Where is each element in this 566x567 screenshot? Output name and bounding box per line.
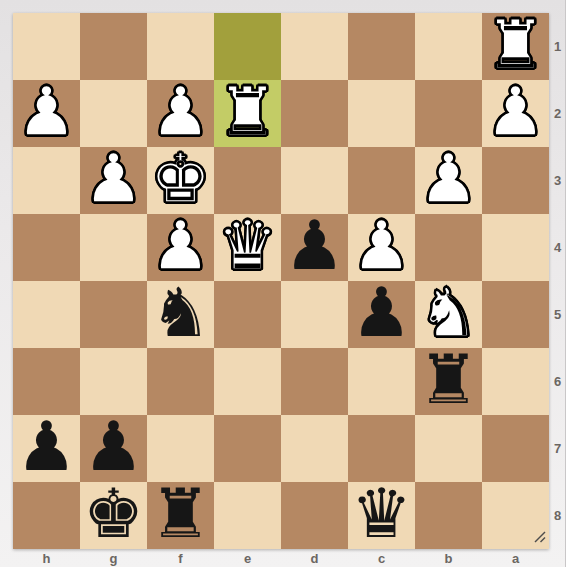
square-h1[interactable] [13,13,80,80]
square-d7[interactable] [281,415,348,482]
square-c7[interactable] [348,415,415,482]
white-pawn[interactable]: ♟ [16,78,77,145]
square-h2[interactable]: ♟ [13,80,80,147]
square-e2[interactable]: ♜ [214,80,281,147]
white-pawn[interactable]: ♟ [351,212,412,279]
square-b7[interactable] [415,415,482,482]
white-rook[interactable]: ♜ [485,11,546,78]
file-label-h: h [13,549,80,567]
square-d3[interactable] [281,147,348,214]
white-pawn[interactable]: ♟ [83,145,144,212]
square-g8[interactable]: ♚ [80,482,147,549]
square-h3[interactable] [13,147,80,214]
square-e4[interactable]: ♛ [214,214,281,281]
square-b2[interactable] [415,80,482,147]
rank-label-1: 1 [549,13,566,80]
file-label-f: f [147,549,214,567]
file-label-c: c [348,549,415,567]
white-pawn[interactable]: ♟ [150,78,211,145]
square-g1[interactable] [80,13,147,80]
square-d5[interactable] [281,281,348,348]
black-pawn[interactable]: ♟ [351,279,412,346]
square-f4[interactable]: ♟ [147,214,214,281]
square-a5[interactable] [482,281,549,348]
file-label-b: b [415,549,482,567]
square-h5[interactable] [13,281,80,348]
square-d8[interactable] [281,482,348,549]
square-b4[interactable] [415,214,482,281]
square-b5[interactable]: ♞ [415,281,482,348]
square-g3[interactable]: ♟ [80,147,147,214]
square-b6[interactable]: ♜ [415,348,482,415]
square-h7[interactable]: ♟ [13,415,80,482]
square-h8[interactable] [13,482,80,549]
rank-label-4: 4 [549,214,566,281]
square-g6[interactable] [80,348,147,415]
square-e8[interactable] [214,482,281,549]
square-h4[interactable] [13,214,80,281]
square-c8[interactable]: ♛ [348,482,415,549]
black-rook[interactable]: ♜ [150,480,211,547]
white-pawn[interactable]: ♟ [485,78,546,145]
black-pawn[interactable]: ♟ [83,413,144,480]
square-g5[interactable] [80,281,147,348]
rank-label-6: 6 [549,348,566,415]
square-f2[interactable]: ♟ [147,80,214,147]
black-pawn[interactable]: ♟ [16,413,77,480]
square-b8[interactable] [415,482,482,549]
square-h6[interactable] [13,348,80,415]
rank-coordinates: 12345678 [549,13,566,549]
rank-label-7: 7 [549,415,566,482]
file-label-a: a [482,549,549,567]
chess-app-window: ♜♟♟♜♟♟♚♟♟♛♟♟♞♟♞♜♟♟♚♜♛ 12345678 hgfedcba [0,0,566,567]
square-c2[interactable] [348,80,415,147]
square-a2[interactable]: ♟ [482,80,549,147]
square-a3[interactable] [482,147,549,214]
square-e3[interactable] [214,147,281,214]
square-c3[interactable] [348,147,415,214]
square-g4[interactable] [80,214,147,281]
square-f6[interactable] [147,348,214,415]
square-b1[interactable] [415,13,482,80]
black-queen[interactable]: ♛ [351,480,412,547]
square-d4[interactable]: ♟ [281,214,348,281]
square-e6[interactable] [214,348,281,415]
rank-label-3: 3 [549,147,566,214]
square-f3[interactable]: ♚ [147,147,214,214]
square-d1[interactable] [281,13,348,80]
white-king[interactable]: ♚ [150,145,211,212]
square-e1[interactable] [214,13,281,80]
black-pawn[interactable]: ♟ [284,212,345,279]
square-c1[interactable] [348,13,415,80]
square-a4[interactable] [482,214,549,281]
square-b3[interactable]: ♟ [415,147,482,214]
rank-label-5: 5 [549,281,566,348]
square-e5[interactable] [214,281,281,348]
square-a6[interactable] [482,348,549,415]
square-d2[interactable] [281,80,348,147]
rank-label-2: 2 [549,80,566,147]
white-queen[interactable]: ♛ [217,212,278,279]
black-rook[interactable]: ♜ [418,346,479,413]
square-g7[interactable]: ♟ [80,415,147,482]
square-f8[interactable]: ♜ [147,482,214,549]
square-g2[interactable] [80,80,147,147]
square-a7[interactable] [482,415,549,482]
black-king[interactable]: ♚ [83,480,144,547]
square-e7[interactable] [214,415,281,482]
white-rook[interactable]: ♜ [217,78,278,145]
white-pawn[interactable]: ♟ [418,145,479,212]
file-label-e: e [214,549,281,567]
chess-board: ♜♟♟♜♟♟♚♟♟♛♟♟♞♟♞♜♟♟♚♜♛ [13,13,549,549]
square-c4[interactable]: ♟ [348,214,415,281]
square-c6[interactable] [348,348,415,415]
black-knight[interactable]: ♞ [150,279,211,346]
file-label-d: d [281,549,348,567]
square-f1[interactable] [147,13,214,80]
rank-label-8: 8 [549,482,566,549]
file-label-g: g [80,549,147,567]
white-knight[interactable]: ♞ [418,279,479,346]
square-c5[interactable]: ♟ [348,281,415,348]
square-f7[interactable] [147,415,214,482]
resize-handle-icon[interactable] [531,528,549,546]
white-pawn[interactable]: ♟ [150,212,211,279]
square-f5[interactable]: ♞ [147,281,214,348]
square-d6[interactable] [281,348,348,415]
square-a1[interactable]: ♜ [482,13,549,80]
file-coordinates: hgfedcba [13,549,549,567]
